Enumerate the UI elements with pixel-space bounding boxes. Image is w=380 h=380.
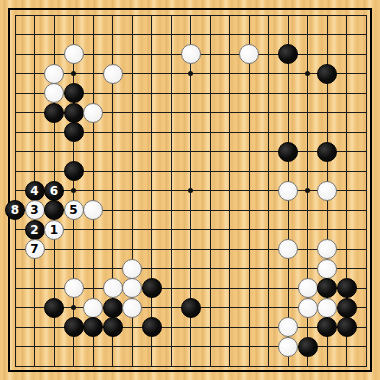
star-point bbox=[71, 188, 76, 193]
grid-line-vertical bbox=[249, 15, 250, 367]
black-stone[interactable] bbox=[103, 298, 123, 318]
white-stone[interactable] bbox=[122, 259, 142, 279]
grid-line-horizontal bbox=[15, 229, 367, 230]
star-point bbox=[188, 188, 193, 193]
white-stone[interactable] bbox=[298, 298, 318, 318]
white-stone[interactable] bbox=[317, 298, 337, 318]
black-stone[interactable] bbox=[83, 317, 103, 337]
white-stone[interactable] bbox=[278, 317, 298, 337]
white-stone[interactable]: 1 bbox=[44, 220, 64, 240]
star-point bbox=[188, 71, 193, 76]
black-stone[interactable] bbox=[181, 298, 201, 318]
move-number: 7 bbox=[30, 243, 38, 255]
grid-line-horizontal bbox=[15, 249, 367, 250]
black-stone[interactable] bbox=[337, 278, 357, 298]
white-stone[interactable] bbox=[122, 298, 142, 318]
white-stone[interactable] bbox=[83, 298, 103, 318]
white-stone[interactable]: 7 bbox=[25, 239, 45, 259]
black-stone[interactable] bbox=[278, 142, 298, 162]
white-stone[interactable] bbox=[317, 239, 337, 259]
black-stone[interactable]: 8 bbox=[5, 200, 25, 220]
black-stone[interactable] bbox=[103, 317, 123, 337]
star-point bbox=[71, 71, 76, 76]
white-stone[interactable] bbox=[181, 44, 201, 64]
black-stone[interactable] bbox=[278, 44, 298, 64]
white-stone[interactable] bbox=[64, 44, 84, 64]
black-stone[interactable] bbox=[64, 103, 84, 123]
white-stone[interactable] bbox=[298, 278, 318, 298]
black-stone[interactable] bbox=[317, 64, 337, 84]
move-number: 5 bbox=[69, 204, 77, 216]
black-stone[interactable] bbox=[298, 337, 318, 357]
grid-line-horizontal bbox=[15, 366, 367, 367]
black-stone[interactable]: 4 bbox=[25, 181, 45, 201]
black-stone[interactable] bbox=[142, 278, 162, 298]
go-board[interactable]: 46835217 bbox=[0, 0, 380, 380]
black-stone[interactable] bbox=[337, 298, 357, 318]
move-number: 1 bbox=[50, 223, 58, 235]
grid-line-vertical bbox=[268, 15, 269, 367]
black-stone[interactable] bbox=[317, 278, 337, 298]
black-stone[interactable] bbox=[44, 298, 64, 318]
move-number: 8 bbox=[11, 204, 19, 216]
move-number: 3 bbox=[30, 204, 38, 216]
star-point bbox=[71, 305, 76, 310]
black-stone[interactable] bbox=[337, 317, 357, 337]
grid-line-vertical bbox=[210, 15, 211, 367]
black-stone[interactable] bbox=[64, 122, 84, 142]
star-point bbox=[305, 71, 310, 76]
white-stone[interactable]: 5 bbox=[64, 200, 84, 220]
black-stone[interactable]: 2 bbox=[25, 220, 45, 240]
move-number: 4 bbox=[30, 184, 38, 196]
white-stone[interactable] bbox=[83, 103, 103, 123]
grid-line-vertical bbox=[229, 15, 230, 367]
grid-line-horizontal bbox=[15, 268, 367, 269]
white-stone[interactable] bbox=[44, 83, 64, 103]
black-stone[interactable] bbox=[44, 200, 64, 220]
black-stone[interactable] bbox=[142, 317, 162, 337]
white-stone[interactable] bbox=[103, 278, 123, 298]
white-stone[interactable] bbox=[239, 44, 259, 64]
white-stone[interactable] bbox=[64, 278, 84, 298]
star-point bbox=[305, 188, 310, 193]
black-stone[interactable] bbox=[64, 161, 84, 181]
white-stone[interactable] bbox=[317, 181, 337, 201]
white-stone[interactable] bbox=[122, 278, 142, 298]
grid-line-vertical bbox=[366, 15, 367, 367]
move-number: 2 bbox=[30, 223, 38, 235]
black-stone[interactable] bbox=[317, 317, 337, 337]
white-stone[interactable] bbox=[83, 200, 103, 220]
black-stone[interactable] bbox=[64, 317, 84, 337]
white-stone[interactable] bbox=[103, 64, 123, 84]
white-stone[interactable] bbox=[317, 259, 337, 279]
white-stone[interactable] bbox=[278, 239, 298, 259]
black-stone[interactable] bbox=[44, 103, 64, 123]
black-stone[interactable] bbox=[64, 83, 84, 103]
black-stone[interactable]: 6 bbox=[44, 181, 64, 201]
move-number: 6 bbox=[50, 184, 58, 196]
white-stone[interactable] bbox=[44, 64, 64, 84]
white-stone[interactable]: 3 bbox=[25, 200, 45, 220]
black-stone[interactable] bbox=[317, 142, 337, 162]
white-stone[interactable] bbox=[278, 181, 298, 201]
white-stone[interactable] bbox=[278, 337, 298, 357]
